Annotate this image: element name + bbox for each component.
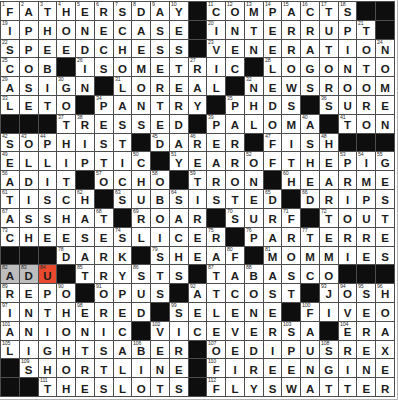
- grid-cell: P: [76, 152, 94, 170]
- cell-letter: C: [57, 195, 75, 207]
- grid-cell: A: [170, 209, 188, 227]
- cell-letter: F: [207, 384, 225, 396]
- grid-cell: O: [132, 378, 150, 396]
- cell-letter: M: [376, 83, 394, 95]
- grid-cell: R: [264, 322, 282, 340]
- grid-cell: S: [132, 115, 150, 133]
- grid-cell: 77T: [301, 228, 319, 246]
- cell-letter: T: [282, 289, 300, 301]
- cell-letter: N: [20, 327, 38, 339]
- cell-letter: S: [20, 214, 38, 226]
- grid-cell: E: [320, 152, 338, 170]
- cell-letter: A: [170, 139, 188, 151]
- cell-letter: L: [20, 158, 38, 170]
- cell-letter: E: [264, 26, 282, 38]
- grid-cell: R: [339, 228, 357, 246]
- cell-letter: E: [320, 233, 338, 245]
- cell-letter: E: [376, 233, 394, 245]
- cell-letter: S: [95, 346, 113, 358]
- black-square: [76, 171, 94, 189]
- cell-letter: O: [357, 120, 375, 132]
- grid-cell: O: [57, 21, 75, 39]
- grid-cell: A: [207, 152, 225, 170]
- grid-cell: D: [264, 96, 282, 114]
- grid-cell: Y: [189, 96, 207, 114]
- cell-letter: S: [339, 7, 357, 19]
- black-square: [1, 247, 19, 265]
- black-square: [189, 341, 207, 359]
- cell-letter: U: [301, 346, 319, 358]
- grid-cell: A: [264, 265, 282, 283]
- cell-letter: E: [245, 195, 263, 207]
- grid-cell: R: [376, 378, 394, 396]
- highlighted-cell: 83D: [20, 265, 38, 283]
- cell-letter: E: [264, 45, 282, 57]
- grid-cell: 8D: [132, 2, 150, 20]
- cell-letter: R: [207, 233, 225, 245]
- highlighted-cell: 84U: [39, 265, 57, 283]
- cell-letter: A: [189, 289, 207, 301]
- grid-cell: C: [114, 21, 132, 39]
- cell-letter: N: [376, 45, 394, 57]
- grid-cell: 27R: [189, 58, 207, 76]
- cell-letter: D: [264, 101, 282, 113]
- grid-cell: T: [245, 21, 263, 39]
- black-square: [132, 134, 150, 152]
- grid-cell: 90O: [57, 284, 75, 302]
- grid-cell: N: [226, 21, 244, 39]
- cell-letter: R: [189, 139, 207, 151]
- grid-cell: 60H: [282, 171, 300, 189]
- cell-letter: A: [301, 327, 319, 339]
- cell-letter: E: [376, 177, 394, 189]
- cell-letter: R: [226, 158, 244, 170]
- grid-cell: T: [151, 378, 169, 396]
- cell-letter: U: [245, 214, 263, 226]
- grid-cell: M: [376, 77, 394, 95]
- grid-cell: C: [189, 322, 207, 340]
- cell-letter: C: [114, 177, 132, 189]
- cell-letter: N: [339, 64, 357, 76]
- grid-cell: C: [95, 40, 113, 58]
- grid-cell: U: [320, 21, 338, 39]
- grid-cell: O: [339, 209, 357, 227]
- cell-letter: O: [282, 64, 300, 76]
- grid-cell: P: [39, 284, 57, 302]
- cell-letter: E: [95, 120, 113, 132]
- grid-cell: C: [301, 265, 319, 283]
- grid-cell: 6R: [95, 2, 113, 20]
- cell-letter: E: [226, 45, 244, 57]
- grid-cell: H: [20, 228, 38, 246]
- cell-letter: I: [320, 308, 338, 320]
- grid-cell: I: [226, 359, 244, 377]
- cell-letter: H: [132, 177, 150, 189]
- cell-letter: C: [95, 45, 113, 57]
- grid-cell: E: [376, 171, 394, 189]
- grid-cell: R: [282, 40, 300, 58]
- grid-cell: R: [76, 359, 94, 377]
- cell-letter: D: [264, 195, 282, 207]
- grid-cell: 89R: [1, 284, 19, 302]
- cell-letter: P: [114, 289, 132, 301]
- grid-cell: E: [264, 303, 282, 321]
- cell-letter: H: [114, 45, 132, 57]
- grid-cell: I: [39, 77, 57, 95]
- grid-cell: E: [20, 96, 38, 114]
- grid-cell: 96H: [376, 284, 394, 302]
- grid-cell: U: [132, 190, 150, 208]
- cell-letter: R: [151, 83, 169, 95]
- cell-letter: S: [264, 289, 282, 301]
- cell-letter: H: [20, 233, 38, 245]
- grid-cell: E: [95, 21, 113, 39]
- cell-letter: S: [151, 45, 169, 57]
- grid-cell: E: [170, 359, 188, 377]
- cell-letter: F: [301, 308, 319, 320]
- grid-cell: R: [301, 21, 319, 39]
- grid-cell: A: [301, 40, 319, 58]
- cell-letter: I: [76, 64, 94, 76]
- grid-cell: H: [114, 40, 132, 58]
- grid-cell: 18S: [339, 2, 357, 20]
- cell-letter: O: [357, 83, 375, 95]
- black-square: [357, 134, 375, 152]
- crossword-solution-image: 1F2A3T4H5E6R7S8D9A10Y11C12O13M14P15A16C1…: [0, 0, 398, 400]
- cell-letter: C: [1, 233, 19, 245]
- cell-letter: J: [320, 289, 338, 301]
- cell-letter: O: [20, 64, 38, 76]
- grid-cell: T: [357, 58, 375, 76]
- grid-cell: I: [39, 322, 57, 340]
- cell-letter: N: [245, 308, 263, 320]
- cell-letter: R: [189, 64, 207, 76]
- cell-letter: L: [1, 101, 19, 113]
- cell-letter: T: [282, 158, 300, 170]
- cell-letter: L: [207, 83, 225, 95]
- cell-letter: A: [226, 120, 244, 132]
- grid-cell: 24N: [376, 40, 394, 58]
- grid-cell: 61T: [1, 190, 19, 208]
- cell-letter: T: [151, 101, 169, 113]
- black-square: [207, 96, 225, 114]
- cell-letter: O: [57, 365, 75, 377]
- cell-letter: Y: [170, 158, 188, 170]
- cell-letter: N: [245, 83, 263, 95]
- black-square: [1, 378, 19, 396]
- cell-letter: B: [132, 346, 150, 358]
- grid-cell: D: [76, 40, 94, 58]
- grid-cell: O: [357, 77, 375, 95]
- grid-cell: E: [151, 58, 169, 76]
- cell-letter: O: [57, 26, 75, 38]
- cell-letter: S: [357, 289, 375, 301]
- grid-cell: N: [76, 322, 94, 340]
- grid-cell: E: [376, 228, 394, 246]
- grid-cell: O: [264, 115, 282, 133]
- cell-letter: M: [357, 177, 375, 189]
- cell-letter: S: [151, 289, 169, 301]
- cell-letter: U: [339, 101, 357, 113]
- cell-letter: I: [57, 158, 75, 170]
- cell-letter: P: [357, 195, 375, 207]
- black-square: [226, 228, 244, 246]
- grid-cell: 15A: [282, 2, 300, 20]
- cell-letter: V: [151, 327, 169, 339]
- cell-letter: H: [170, 252, 188, 264]
- black-square: [95, 190, 113, 208]
- grid-cell: 71F: [282, 209, 300, 227]
- cell-letter: A: [264, 271, 282, 283]
- grid-cell: 95S: [357, 284, 375, 302]
- grid-cell: A: [132, 21, 150, 39]
- cell-letter: O: [339, 83, 357, 95]
- cell-letter: E: [189, 233, 207, 245]
- grid-cell: E: [189, 247, 207, 265]
- grid-cell: I: [132, 359, 150, 377]
- grid-cell: 67A: [1, 209, 19, 227]
- grid-cell: H: [170, 247, 188, 265]
- cell-letter: S: [226, 214, 244, 226]
- grid-cell: 112F: [207, 378, 225, 396]
- grid-cell: 102V: [151, 322, 169, 340]
- cell-letter: T: [39, 101, 57, 113]
- grid-cell: T: [226, 190, 244, 208]
- cell-letter: S: [151, 252, 169, 264]
- cell-letter: I: [339, 252, 357, 264]
- cell-letter: R: [95, 308, 113, 320]
- cell-letter: C: [114, 327, 132, 339]
- black-square: [189, 378, 207, 396]
- grid-cell: E: [245, 190, 263, 208]
- black-square: [1, 115, 19, 133]
- grid-cell: N: [339, 58, 357, 76]
- cell-letter: N: [20, 308, 38, 320]
- cell-letter: L: [39, 158, 57, 170]
- grid-cell: P: [357, 190, 375, 208]
- grid-cell: O: [282, 58, 300, 76]
- grid-cell: E: [95, 228, 113, 246]
- cell-letter: Y: [170, 7, 188, 19]
- grid-cell: E: [264, 359, 282, 377]
- grid-cell: R: [95, 247, 113, 265]
- grid-cell: T: [282, 284, 300, 302]
- grid-cell: T: [39, 96, 57, 114]
- cell-letter: N: [76, 327, 94, 339]
- grid-cell: I: [189, 190, 207, 208]
- cell-letter: K: [114, 252, 132, 264]
- cell-letter: E: [170, 83, 188, 95]
- cell-letter: E: [226, 346, 244, 358]
- cell-letter: S: [282, 101, 300, 113]
- cell-letter: O: [376, 64, 394, 76]
- cell-letter: H: [39, 26, 57, 38]
- cell-letter: E: [170, 26, 188, 38]
- cell-letter: S: [114, 233, 132, 245]
- grid-cell: R: [151, 77, 169, 95]
- black-square: [151, 303, 169, 321]
- cell-letter: L: [132, 233, 150, 245]
- black-square: [39, 115, 57, 133]
- grid-cell: A: [320, 171, 338, 189]
- black-square: [189, 2, 207, 20]
- grid-cell: S: [20, 209, 38, 227]
- cell-letter: O: [132, 384, 150, 396]
- cell-letter: O: [20, 139, 38, 151]
- black-square: [339, 265, 357, 283]
- grid-cell: B: [39, 58, 57, 76]
- grid-cell: 74S: [114, 228, 132, 246]
- cell-letter: G: [57, 83, 75, 95]
- cell-letter: C: [170, 233, 188, 245]
- grid-cell: R: [207, 171, 225, 189]
- black-square: [76, 96, 94, 114]
- grid-cell: A: [301, 378, 319, 396]
- grid-cell: 45D: [151, 134, 169, 152]
- grid-cell: E: [226, 341, 244, 359]
- cell-letter: O: [151, 177, 169, 189]
- grid-cell: I: [39, 171, 57, 189]
- cell-letter: E: [57, 45, 75, 57]
- grid-cell: E: [226, 40, 244, 58]
- cell-letter: O: [339, 289, 357, 301]
- grid-cell: I: [282, 134, 300, 152]
- cell-letter: A: [170, 214, 188, 226]
- grid-cell: 31L: [114, 77, 132, 95]
- cell-letter: O: [57, 327, 75, 339]
- cell-letter: O: [95, 289, 113, 301]
- grid-cell: I: [95, 322, 113, 340]
- cell-letter: T: [95, 365, 113, 377]
- grid-cell: T: [339, 378, 357, 396]
- cell-letter: A: [282, 7, 300, 19]
- grid-cell: 103S: [282, 322, 300, 340]
- cell-letter: O: [226, 7, 244, 19]
- black-square: [320, 322, 338, 340]
- grid-cell: N: [76, 77, 94, 95]
- grid-cell: E: [189, 152, 207, 170]
- cell-letter: E: [245, 327, 263, 339]
- grid-cell: I: [339, 40, 357, 58]
- grid-cell: P: [20, 40, 38, 58]
- cell-letter: E: [226, 308, 244, 320]
- cell-letter: S: [170, 271, 188, 283]
- cell-letter: L: [114, 384, 132, 396]
- grid-cell: 86S: [132, 265, 150, 283]
- cell-letter: L: [1, 346, 19, 358]
- cell-letter: R: [282, 26, 300, 38]
- cell-letter: A: [76, 214, 94, 226]
- cell-letter: A: [1, 214, 19, 226]
- cell-letter: E: [357, 252, 375, 264]
- grid-cell: E: [170, 21, 188, 39]
- cell-letter: I: [95, 327, 113, 339]
- cell-letter: P: [20, 26, 38, 38]
- cell-letter: O: [264, 120, 282, 132]
- grid-cell: 38R: [76, 115, 94, 133]
- grid-cell: 17T: [320, 2, 338, 20]
- cell-letter: W: [282, 384, 300, 396]
- grid-cell: O: [320, 58, 338, 76]
- grid-cell: 37T: [57, 115, 75, 133]
- cell-letter: F: [1, 7, 19, 19]
- cell-letter: S: [170, 308, 188, 320]
- grid-cell: S: [170, 378, 188, 396]
- cell-letter: E: [189, 252, 207, 264]
- grid-cell: E: [39, 40, 57, 58]
- cell-letter: S: [76, 233, 94, 245]
- cell-letter: M: [264, 252, 282, 264]
- cell-letter: R: [189, 214, 207, 226]
- grid-cell: T: [114, 134, 132, 152]
- grid-cell: O: [320, 265, 338, 283]
- cell-letter: H: [39, 365, 57, 377]
- cell-letter: H: [57, 7, 75, 19]
- cell-letter: O: [245, 158, 263, 170]
- grid-cell: C: [57, 190, 75, 208]
- grid-cell: T: [76, 341, 94, 359]
- cell-letter: I: [76, 139, 94, 151]
- grid-cell: U: [301, 341, 319, 359]
- cell-letter: E: [207, 139, 225, 151]
- grid-cell: 73C: [1, 228, 19, 246]
- cell-letter: R: [301, 26, 319, 38]
- grid-cell: E: [264, 40, 282, 58]
- grid-cell: 54I: [357, 152, 375, 170]
- grid-cell: S: [95, 58, 113, 76]
- grid-cell: 42S: [1, 134, 19, 152]
- grid-cell: 1F: [1, 2, 19, 20]
- grid-cell: 93J: [320, 284, 338, 302]
- grid-cell: N: [245, 303, 263, 321]
- cell-letter: O: [376, 308, 394, 320]
- grid-cell: 35P: [226, 96, 244, 114]
- cell-letter: O: [151, 214, 169, 226]
- grid-cell: H: [39, 21, 57, 39]
- cell-letter: E: [20, 101, 38, 113]
- cell-letter: B: [39, 64, 57, 76]
- grid-cell: O: [339, 77, 357, 95]
- cell-letter: R: [207, 177, 225, 189]
- grid-cell: 59T: [189, 171, 207, 189]
- grid-cell: R: [245, 359, 263, 377]
- grid-cell: 75R: [207, 228, 225, 246]
- black-square: [95, 77, 113, 95]
- cell-letter: Y: [245, 384, 263, 396]
- cell-letter: R: [339, 233, 357, 245]
- grid-cell: S: [301, 134, 319, 152]
- grid-cell: L: [114, 359, 132, 377]
- cell-letter: G: [320, 365, 338, 377]
- cell-letter: T: [226, 195, 244, 207]
- black-square: [301, 284, 319, 302]
- cell-letter: C: [1, 64, 19, 76]
- cell-letter: V: [339, 308, 357, 320]
- cell-letter: A: [1, 83, 19, 95]
- grid-cell: L: [207, 303, 225, 321]
- cell-letter: S: [114, 120, 132, 132]
- cell-letter: T: [95, 214, 113, 226]
- grid-cell: 63S: [114, 190, 132, 208]
- cell-letter: O: [320, 64, 338, 76]
- cell-letter: O: [357, 45, 375, 57]
- grid-cell: I: [339, 247, 357, 265]
- grid-cell: E: [357, 303, 375, 321]
- grid-cell: 80F: [226, 247, 244, 265]
- cell-letter: S: [151, 26, 169, 38]
- grid-cell: 9A: [151, 2, 169, 20]
- cell-letter: A: [320, 177, 338, 189]
